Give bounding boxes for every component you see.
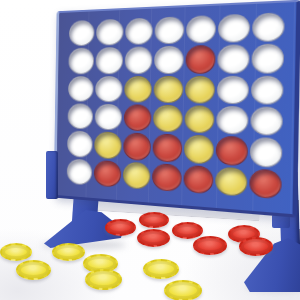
board-cell-a6[interactable] — [67, 18, 95, 47]
board-cell-b2[interactable] — [93, 130, 122, 159]
empty-hole — [68, 48, 94, 74]
photo-stage — [0, 0, 300, 300]
empty-hole — [218, 14, 250, 44]
board-cell-b3[interactable] — [93, 102, 122, 131]
empty-hole — [186, 15, 217, 44]
board-cell-d1[interactable] — [150, 161, 181, 192]
loose-red-disc[interactable] — [239, 237, 273, 256]
board-cell-d6[interactable] — [153, 14, 184, 44]
red-disc — [183, 165, 214, 195]
red-disc — [124, 104, 152, 132]
loose-red-disc[interactable] — [105, 219, 136, 236]
board-cell-b1[interactable] — [92, 158, 121, 188]
loose-red-disc[interactable] — [139, 212, 169, 228]
yellow-disc — [184, 135, 215, 164]
board-cell-a5[interactable] — [67, 46, 95, 74]
board-cell-g4[interactable] — [248, 73, 283, 105]
loose-yellow-disc[interactable] — [52, 243, 85, 261]
yellow-disc — [154, 76, 183, 104]
empty-hole — [155, 16, 184, 44]
board-cell-f2[interactable] — [214, 134, 248, 166]
board-cell-e6[interactable] — [184, 13, 217, 44]
board-cell-a1[interactable] — [65, 156, 93, 185]
board-cell-g2[interactable] — [247, 135, 282, 168]
empty-hole — [216, 106, 248, 135]
board-grid — [65, 10, 285, 199]
empty-hole — [67, 158, 93, 185]
yellow-disc — [215, 166, 247, 196]
yellow-disc — [185, 76, 216, 104]
empty-hole — [217, 75, 249, 104]
left-leg-bracket — [46, 151, 58, 199]
board-cell-b6[interactable] — [95, 17, 124, 46]
empty-hole — [251, 12, 284, 42]
loose-yellow-disc[interactable] — [164, 280, 202, 300]
board-cell-e5[interactable] — [183, 43, 216, 73]
empty-hole — [96, 19, 123, 46]
board-cell-a2[interactable] — [65, 129, 93, 158]
red-disc — [249, 168, 282, 199]
red-disc — [123, 133, 151, 161]
empty-hole — [217, 45, 249, 74]
empty-hole — [124, 47, 152, 74]
empty-hole — [67, 131, 93, 158]
empty-hole — [95, 104, 122, 131]
empty-hole — [68, 76, 94, 102]
red-disc — [152, 163, 181, 192]
board-cell-e2[interactable] — [182, 133, 215, 164]
board-cell-f6[interactable] — [216, 12, 250, 44]
loose-yellow-disc[interactable] — [143, 259, 179, 279]
red-disc — [216, 136, 248, 166]
board-cell-d3[interactable] — [151, 103, 182, 133]
empty-hole — [125, 18, 153, 46]
loose-yellow-disc[interactable] — [85, 269, 122, 290]
board-cell-f3[interactable] — [214, 104, 248, 135]
red-disc — [185, 45, 216, 73]
connect-four-frame — [54, 0, 300, 218]
board-cell-b4[interactable] — [94, 74, 123, 102]
board-cell-b5[interactable] — [94, 45, 123, 74]
red-disc — [153, 134, 182, 163]
board-cell-g6[interactable] — [249, 10, 285, 42]
board-cell-c6[interactable] — [123, 16, 153, 46]
board-cell-a3[interactable] — [66, 101, 94, 129]
red-disc — [94, 160, 121, 188]
board-cell-f4[interactable] — [215, 73, 249, 104]
board-cell-d2[interactable] — [151, 132, 182, 163]
yellow-disc — [124, 76, 152, 103]
empty-hole — [154, 46, 183, 74]
board-cell-c1[interactable] — [121, 159, 151, 190]
board-cell-c5[interactable] — [123, 45, 153, 74]
board-cell-f1[interactable] — [213, 164, 247, 197]
empty-hole — [96, 47, 123, 74]
empty-hole — [250, 75, 283, 104]
board-cell-e3[interactable] — [182, 103, 215, 134]
empty-hole — [251, 44, 284, 74]
empty-hole — [249, 137, 282, 168]
yellow-disc — [153, 105, 182, 133]
board-cell-a4[interactable] — [66, 74, 94, 102]
loose-red-disc[interactable] — [172, 222, 203, 239]
board-cell-e1[interactable] — [181, 162, 214, 194]
board-cell-e4[interactable] — [183, 73, 216, 103]
yellow-disc — [95, 132, 122, 159]
empty-hole — [67, 103, 93, 129]
empty-hole — [69, 20, 95, 47]
board-cell-d4[interactable] — [152, 74, 183, 104]
empty-hole — [95, 76, 122, 103]
board-cell-g3[interactable] — [248, 104, 283, 136]
board-cell-f5[interactable] — [215, 42, 249, 73]
board-cell-c2[interactable] — [121, 131, 151, 161]
board-cell-g5[interactable] — [249, 42, 285, 74]
board-cell-d5[interactable] — [152, 44, 183, 74]
loose-yellow-disc[interactable] — [0, 243, 32, 261]
yellow-disc — [184, 105, 215, 134]
loose-red-disc[interactable] — [137, 229, 170, 247]
yellow-disc — [123, 161, 151, 190]
board-cell-c3[interactable] — [122, 102, 152, 131]
board-cell-g1[interactable] — [247, 166, 282, 199]
loose-yellow-disc[interactable] — [16, 260, 51, 280]
board-cell-c4[interactable] — [122, 74, 152, 103]
empty-hole — [250, 106, 283, 136]
loose-red-disc[interactable] — [193, 236, 227, 255]
